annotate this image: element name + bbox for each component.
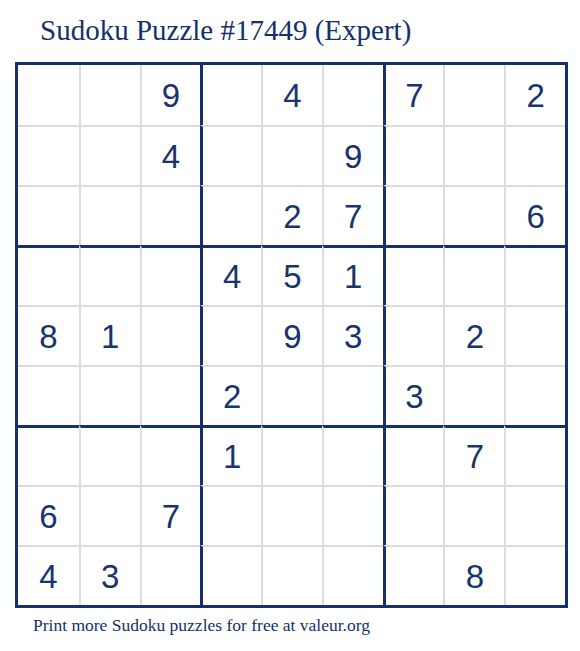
sudoku-cell-r4c1 xyxy=(18,245,79,305)
sudoku-cell-r7c2 xyxy=(79,425,140,485)
sudoku-cell-r3c4 xyxy=(200,185,261,245)
sudoku-cell-r2c2 xyxy=(79,125,140,185)
sudoku-cell-r3c5: 2 xyxy=(261,185,322,245)
sudoku-cell-r6c4: 2 xyxy=(200,365,261,425)
sudoku-cell-r9c2: 3 xyxy=(79,545,140,605)
sudoku-cell-r8c9 xyxy=(504,485,565,545)
sudoku-cell-r6c6 xyxy=(322,365,383,425)
sudoku-cell-r3c6: 7 xyxy=(322,185,383,245)
sudoku-cell-r4c3 xyxy=(140,245,201,305)
sudoku-cell-r8c8 xyxy=(443,485,504,545)
sudoku-cell-r1c9: 2 xyxy=(504,65,565,125)
sudoku-cell-r7c1 xyxy=(18,425,79,485)
sudoku-cell-r2c7 xyxy=(383,125,444,185)
sudoku-cell-r7c9 xyxy=(504,425,565,485)
sudoku-cell-r1c2 xyxy=(79,65,140,125)
sudoku-cell-r8c5 xyxy=(261,485,322,545)
sudoku-cell-r8c1: 6 xyxy=(18,485,79,545)
sudoku-cell-r9c6 xyxy=(322,545,383,605)
sudoku-cell-r5c4 xyxy=(200,305,261,365)
page-title: Sudoku Puzzle #17449 (Expert) xyxy=(40,14,411,47)
footer-text: Print more Sudoku puzzles for free at va… xyxy=(33,615,370,636)
sudoku-cell-r9c5 xyxy=(261,545,322,605)
sudoku-cell-r5c3 xyxy=(140,305,201,365)
sudoku-cell-r4c9 xyxy=(504,245,565,305)
sudoku-cell-r1c5: 4 xyxy=(261,65,322,125)
sudoku-cell-r4c5: 5 xyxy=(261,245,322,305)
sudoku-cell-r2c5 xyxy=(261,125,322,185)
sudoku-cell-r7c7 xyxy=(383,425,444,485)
sudoku-cell-r2c8 xyxy=(443,125,504,185)
sudoku-cell-r3c2 xyxy=(79,185,140,245)
sudoku-cell-r1c1 xyxy=(18,65,79,125)
sudoku-cell-r9c4 xyxy=(200,545,261,605)
sudoku-cell-r6c9 xyxy=(504,365,565,425)
sudoku-cell-r6c8 xyxy=(443,365,504,425)
sudoku-cell-r9c8: 8 xyxy=(443,545,504,605)
sudoku-cell-r1c4 xyxy=(200,65,261,125)
sudoku-cell-r6c3 xyxy=(140,365,201,425)
sudoku-cell-r5c2: 1 xyxy=(79,305,140,365)
sudoku-cell-r4c2 xyxy=(79,245,140,305)
sudoku-cell-r9c1: 4 xyxy=(18,545,79,605)
sudoku-cell-r7c6 xyxy=(322,425,383,485)
sudoku-cell-r4c8 xyxy=(443,245,504,305)
sudoku-cell-r3c7 xyxy=(383,185,444,245)
sudoku-cell-r5c5: 9 xyxy=(261,305,322,365)
sudoku-cell-r1c3: 9 xyxy=(140,65,201,125)
sudoku-cell-r2c9 xyxy=(504,125,565,185)
sudoku-cell-r2c6: 9 xyxy=(322,125,383,185)
sudoku-cell-r5c7 xyxy=(383,305,444,365)
sudoku-cell-r2c4 xyxy=(200,125,261,185)
sudoku-cell-r9c9 xyxy=(504,545,565,605)
sudoku-cell-r5c9 xyxy=(504,305,565,365)
sudoku-cell-r8c3: 7 xyxy=(140,485,201,545)
sudoku-cell-r4c7 xyxy=(383,245,444,305)
sudoku-cell-r9c3 xyxy=(140,545,201,605)
sudoku-cell-r8c7 xyxy=(383,485,444,545)
sudoku-cell-r1c7: 7 xyxy=(383,65,444,125)
sudoku-cell-r3c3 xyxy=(140,185,201,245)
sudoku-cell-r4c4: 4 xyxy=(200,245,261,305)
sudoku-cell-r1c6 xyxy=(322,65,383,125)
sudoku-cell-r7c4: 1 xyxy=(200,425,261,485)
sudoku-cell-r8c4 xyxy=(200,485,261,545)
sudoku-cell-r5c6: 3 xyxy=(322,305,383,365)
sudoku-cell-r8c2 xyxy=(79,485,140,545)
sudoku-cell-r7c5 xyxy=(261,425,322,485)
sudoku-cell-r3c1 xyxy=(18,185,79,245)
sudoku-cell-r6c1 xyxy=(18,365,79,425)
sudoku-cell-r7c8: 7 xyxy=(443,425,504,485)
sudoku-cell-r5c8: 2 xyxy=(443,305,504,365)
sudoku-cell-r2c1 xyxy=(18,125,79,185)
sudoku-cell-r1c8 xyxy=(443,65,504,125)
sudoku-cell-r3c8 xyxy=(443,185,504,245)
sudoku-cell-r5c1: 8 xyxy=(18,305,79,365)
sudoku-cell-r6c2 xyxy=(79,365,140,425)
sudoku-cell-r8c6 xyxy=(322,485,383,545)
sudoku-cell-r6c5 xyxy=(261,365,322,425)
sudoku-cell-r3c9: 6 xyxy=(504,185,565,245)
sudoku-cell-r2c3: 4 xyxy=(140,125,201,185)
sudoku-cell-r4c6: 1 xyxy=(322,245,383,305)
sudoku-board: 94724927645181932231767438 xyxy=(15,62,568,608)
sudoku-cell-r9c7 xyxy=(383,545,444,605)
sudoku-cell-r7c3 xyxy=(140,425,201,485)
sudoku-cell-r6c7: 3 xyxy=(383,365,444,425)
